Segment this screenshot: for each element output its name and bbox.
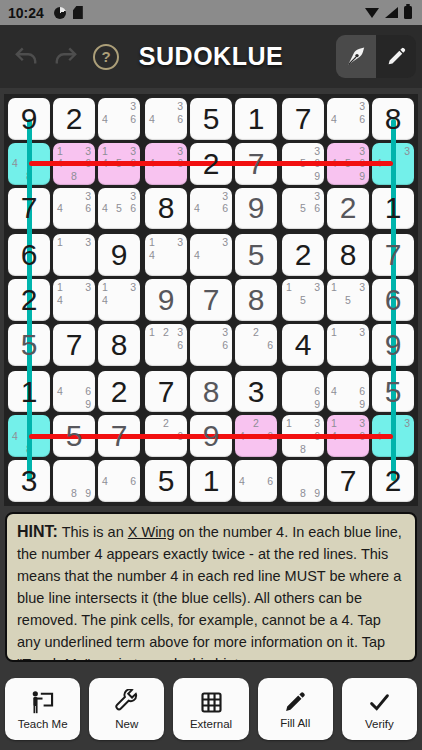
cell-value: 9 [385,330,402,360]
pencil-marks: 346 [331,100,365,138]
help-button[interactable]: ? [89,40,123,74]
cell-value: 7 [66,330,83,360]
cell-r5c6[interactable]: 8 [235,279,277,321]
external-button[interactable]: External [173,678,248,740]
cell-value: 7 [203,285,220,315]
cell-r3c4[interactable]: 8 [145,188,187,230]
cell-value: 5 [158,466,175,496]
pencil-marks: 346 [57,190,91,228]
undo-icon [13,44,39,70]
pencil-marks: 89 [286,462,320,500]
cell-value: 2 [340,193,357,223]
cell-r5c3[interactable]: 134 [98,279,140,321]
hint-box: HINT: This is an X Wing on the number 4.… [5,512,417,662]
box-4: 61392134134578 [8,234,140,365]
pencil-marks: 135 [331,281,365,319]
cell-value: 7 [111,421,128,451]
cell-r6c3[interactable]: 8 [98,324,140,366]
cell-value: 7 [295,104,312,134]
wrench-icon [113,689,140,716]
new-button[interactable]: New [89,678,164,740]
cell-r1c1[interactable]: 9 [8,98,50,140]
cell-r4c4[interactable]: 134 [145,234,187,276]
fill-all-button[interactable]: Fill All [258,678,333,740]
pencil-marks: 89 [57,462,91,500]
cell-r5c4[interactable]: 9 [145,279,187,321]
cell-r4c2[interactable]: 13 [53,234,95,276]
cell-value: 1 [21,377,38,407]
cell-r9c6[interactable]: 46 [235,460,277,502]
cell-r7c9[interactable]: 5 [372,371,414,413]
cell-value: 7 [385,240,402,270]
cell-r7c1[interactable]: 1 [8,371,50,413]
cell-value: 9 [158,285,175,315]
pencil-marks: 346 [102,100,136,138]
status-bar: 10:24 [0,0,422,25]
cell-value: 5 [66,421,83,451]
cell-value: 8 [158,193,175,223]
hint-text: on the number 4. In each blue line, the … [17,524,402,662]
cell-value: 7 [158,377,175,407]
cell-r1c5[interactable]: 5 [190,98,232,140]
cell-value: 2 [111,377,128,407]
wifi-icon [365,7,379,18]
cell-r4c7[interactable]: 2 [282,234,324,276]
battery-icon [404,6,412,19]
pencil-marks: 3456 [102,190,136,228]
cell-r5c8[interactable]: 135 [327,279,369,321]
cell-r9c8[interactable]: 7 [327,460,369,502]
grid-icon [198,689,225,716]
cell-r4c1[interactable]: 6 [8,234,50,276]
pencil-mode-button[interactable] [376,35,416,78]
verify-button[interactable]: Verify [342,678,417,740]
cell-r9c2[interactable]: 89 [53,460,95,502]
pencil-marks: 13 [331,326,365,364]
cell-r7c3[interactable]: 2 [98,371,140,413]
cell-r3c5[interactable]: 346 [190,188,232,230]
tool-button-label: Teach Me [18,718,68,730]
cell-r5c7[interactable]: 135 [282,279,324,321]
hint-text: This is an [58,524,128,540]
pencil-marks: 134 [149,236,183,274]
cell-r7c2[interactable]: 469 [53,371,95,413]
pencil-marks: 469 [57,373,91,411]
cell-r7c5[interactable]: 8 [190,371,232,413]
hint-link-x-wing[interactable]: X Wing [128,524,175,540]
tool-button-label: Fill All [280,717,310,729]
cell-value: 5 [385,377,402,407]
cell-r1c3[interactable]: 346 [98,98,140,140]
pencil-marks: 13 [57,236,91,274]
cell-r9c3[interactable]: 46 [98,460,140,502]
pencil-icon [385,45,408,68]
cell-r7c8[interactable]: 469 [327,371,369,413]
cell-r7c7[interactable]: 69 [282,371,324,413]
box-5: 13434597812363626 [145,234,277,365]
cell-value: 7 [21,193,38,223]
cell-r9c1[interactable]: 3 [8,460,50,502]
cell-value: 5 [248,240,265,270]
sudoku-board: 9234648134681345673463456346513462783469… [4,94,418,506]
cell-r3c8[interactable]: 2 [327,188,369,230]
undo-button[interactable] [9,40,43,74]
teach-me-button[interactable]: Teach Me [5,678,80,740]
pencil-marks: 1236 [149,326,183,364]
cell-r5c9[interactable]: 6 [372,279,414,321]
pencil-marks: 134 [102,281,136,319]
cell-r9c7[interactable]: 89 [282,460,324,502]
cell-r1c8[interactable]: 346 [327,98,369,140]
cell-r6c5[interactable]: 36 [190,324,232,366]
cell-value: 1 [385,193,402,223]
cell-r6c4[interactable]: 1236 [145,324,187,366]
cell-r7c4[interactable]: 7 [145,371,187,413]
cell-value: 2 [385,466,402,496]
pencil-marks: 346 [194,190,228,228]
cell-value: 9 [203,421,220,451]
pencil-marks: 34 [194,236,228,274]
cell-r7c6[interactable]: 3 [235,371,277,413]
cell-r3c9[interactable]: 1 [372,188,414,230]
cell-value: 2 [21,285,38,315]
cell-value: 9 [248,193,265,223]
cell-r4c3[interactable]: 9 [98,234,140,276]
pencil-marks: 46 [102,462,136,500]
cell-r1c2[interactable]: 2 [53,98,95,140]
pen-mode-button[interactable] [336,35,376,78]
cell-value: 8 [111,330,128,360]
cell-r4c8[interactable]: 8 [327,234,369,276]
cell-r9c9[interactable]: 2 [372,460,414,502]
cell-r3c2[interactable]: 346 [53,188,95,230]
sd-card-icon [73,6,83,19]
cell-r6c9[interactable]: 9 [372,324,414,366]
cell-value: 7 [248,149,265,179]
pencil-marks: 26 [239,326,273,364]
pencil-marks: 356 [286,190,320,228]
teacher-icon [29,689,56,716]
cell-value: 6 [385,285,402,315]
cell-value: 6 [21,240,38,270]
box-6: 28713513564139 [282,234,414,365]
data-saver-icon [54,7,66,19]
tool-button-label: Verify [365,718,394,730]
cell-r9c5[interactable]: 1 [190,460,232,502]
cell-r5c2[interactable]: 134 [53,279,95,321]
bottom-toolbar: Teach MeNewExternalFill AllVerify [5,678,417,740]
cell-value: 2 [203,149,220,179]
cell-value: 5 [21,330,38,360]
cell-r6c8[interactable]: 13 [327,324,369,366]
pencil-icon [282,689,308,715]
cell-r1c4[interactable]: 346 [145,98,187,140]
cell-r1c9[interactable]: 8 [372,98,414,140]
cell-r9c4[interactable]: 5 [145,460,187,502]
cell-r4c6[interactable]: 5 [235,234,277,276]
pencil-marks: 69 [286,373,320,411]
cell-value: 8 [203,377,220,407]
cell-r3c7[interactable]: 356 [282,188,324,230]
cell-r3c1[interactable]: 7 [8,188,50,230]
cell-r3c3[interactable]: 3456 [98,188,140,230]
cell-r1c7[interactable]: 7 [282,98,324,140]
status-time: 10:24 [8,5,44,21]
cell-value: 5 [203,104,220,134]
entry-mode-toggle [336,35,416,78]
cell-r6c2[interactable]: 7 [53,324,95,366]
pencil-marks: 36 [194,326,228,364]
cell-r6c1[interactable]: 5 [8,324,50,366]
pencil-marks: 135 [286,281,320,319]
pencil-marks: 46 [239,462,273,500]
hint-label: HINT: [17,523,58,540]
cell-value: 4 [295,330,312,360]
title-bar: ? SUDOKLUE [0,25,422,88]
cell-r5c5[interactable]: 7 [190,279,232,321]
cell-value: 7 [340,466,357,496]
tool-button-label: External [190,718,232,730]
check-icon [366,689,393,716]
cell-r5c1[interactable]: 2 [8,279,50,321]
help-icon: ? [93,44,119,70]
cell-value: 9 [21,104,38,134]
cell-value: 2 [66,104,83,134]
cell-value: 8 [385,104,402,134]
cell-r6c6[interactable]: 26 [235,324,277,366]
cell-r4c5[interactable]: 34 [190,234,232,276]
cell-value: 9 [111,240,128,270]
signal-icon [385,7,398,18]
redo-icon [53,44,79,70]
cell-r4c9[interactable]: 7 [372,234,414,276]
cell-r3c6[interactable]: 9 [235,188,277,230]
cell-r1c6[interactable]: 1 [235,98,277,140]
tool-button-label: New [115,718,138,730]
cell-value: 3 [21,466,38,496]
redo-button[interactable] [49,40,83,74]
pencil-marks: 469 [331,373,365,411]
cell-value: 1 [203,466,220,496]
fountain-pen-icon [344,45,368,69]
pencil-marks: 346 [149,100,183,138]
cell-value: 8 [248,285,265,315]
cell-r6c7[interactable]: 4 [282,324,324,366]
pencil-marks: 134 [57,281,91,319]
cell-value: 3 [248,377,265,407]
cell-value: 2 [295,240,312,270]
cell-value: 8 [340,240,357,270]
cell-value: 1 [248,104,265,134]
